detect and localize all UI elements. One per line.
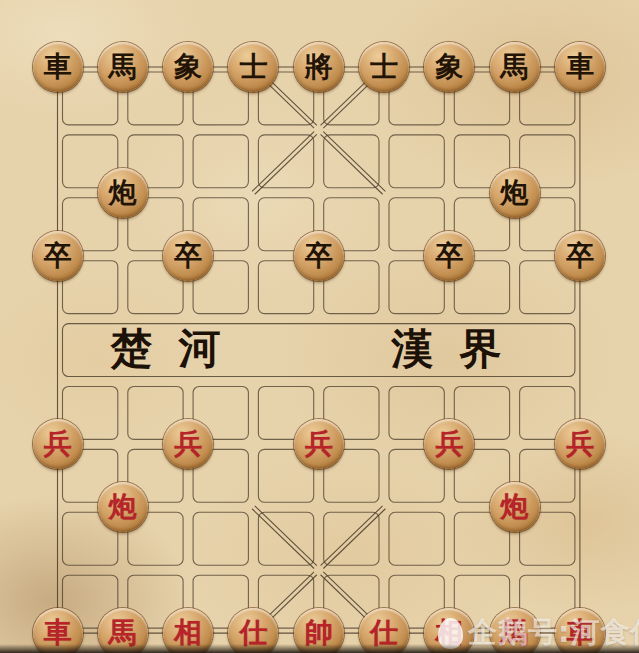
piece-red-soldier[interactable]: 兵 bbox=[555, 419, 605, 469]
piece-red-soldier[interactable]: 兵 bbox=[33, 419, 83, 469]
piece-black-soldier[interactable]: 卒 bbox=[555, 231, 605, 281]
river-label-left: 楚河 bbox=[98, 321, 247, 377]
piece-black-soldier[interactable]: 卒 bbox=[163, 231, 213, 281]
piece-black-chariot[interactable]: 車 bbox=[33, 42, 83, 92]
piece-black-soldier[interactable]: 卒 bbox=[33, 231, 83, 281]
bottom-shadow bbox=[0, 644, 639, 653]
piece-black-soldier[interactable]: 卒 bbox=[424, 231, 474, 281]
piece-black-elephant[interactable]: 象 bbox=[424, 42, 474, 92]
xiangqi-board-page: 楚河 漢界 車馬象士將士象馬車炮炮卒卒卒卒卒兵兵兵兵兵炮炮車馬相仕帥仕相馬車 企… bbox=[0, 0, 639, 653]
piece-black-horse[interactable]: 馬 bbox=[98, 42, 148, 92]
piece-black-cannon[interactable]: 炮 bbox=[490, 168, 540, 218]
piece-black-general[interactable]: 將 bbox=[294, 42, 344, 92]
piece-red-cannon[interactable]: 炮 bbox=[98, 482, 148, 532]
piece-black-chariot[interactable]: 車 bbox=[555, 42, 605, 92]
river-label-right: 漢界 bbox=[379, 321, 528, 377]
piece-black-cannon[interactable]: 炮 bbox=[98, 168, 148, 218]
piece-red-soldier[interactable]: 兵 bbox=[294, 419, 344, 469]
board-grid[interactable] bbox=[0, 0, 639, 653]
piece-red-cannon[interactable]: 炮 bbox=[490, 482, 540, 532]
piece-black-elephant[interactable]: 象 bbox=[163, 42, 213, 92]
piece-black-advisor[interactable]: 士 bbox=[359, 42, 409, 92]
piece-black-soldier[interactable]: 卒 bbox=[294, 231, 344, 281]
piece-black-horse[interactable]: 馬 bbox=[490, 42, 540, 92]
